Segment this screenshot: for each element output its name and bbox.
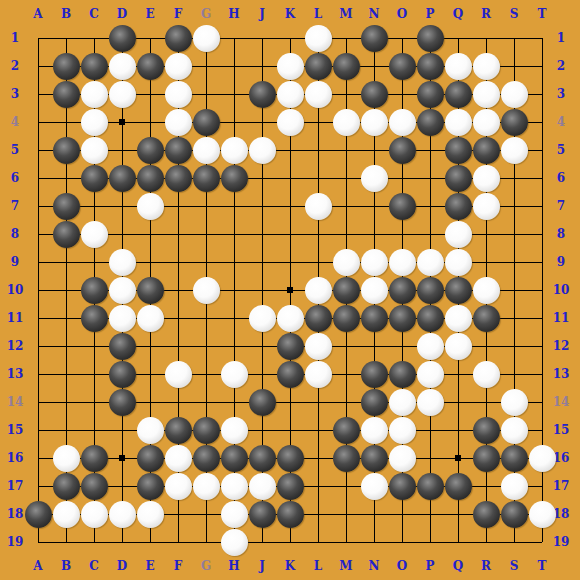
intersection-S18[interactable]: ● bbox=[500, 500, 528, 528]
intersection-Q18[interactable] bbox=[444, 500, 472, 528]
intersection-Q16[interactable] bbox=[444, 444, 472, 472]
intersection-T13[interactable] bbox=[528, 360, 556, 388]
intersection-P3[interactable]: ● bbox=[416, 80, 444, 108]
intersection-L17[interactable] bbox=[304, 472, 332, 500]
intersection-S4[interactable]: ● bbox=[500, 108, 528, 136]
intersection-Q4[interactable]: ○ bbox=[444, 108, 472, 136]
intersection-H17[interactable]: ○ bbox=[220, 472, 248, 500]
intersection-F9[interactable] bbox=[164, 248, 192, 276]
intersection-M12[interactable] bbox=[332, 332, 360, 360]
intersection-N5[interactable] bbox=[360, 136, 388, 164]
intersection-O5[interactable]: ● bbox=[388, 136, 416, 164]
intersection-A4[interactable] bbox=[24, 108, 52, 136]
intersection-A12[interactable] bbox=[24, 332, 52, 360]
intersection-H9[interactable] bbox=[220, 248, 248, 276]
intersection-P8[interactable] bbox=[416, 220, 444, 248]
intersection-S13[interactable] bbox=[500, 360, 528, 388]
intersection-J4[interactable] bbox=[248, 108, 276, 136]
intersection-O17[interactable]: ● bbox=[388, 472, 416, 500]
intersection-H14[interactable] bbox=[220, 388, 248, 416]
intersection-S5[interactable]: ○ bbox=[500, 136, 528, 164]
intersection-D6[interactable]: ● bbox=[108, 164, 136, 192]
intersection-H11[interactable] bbox=[220, 304, 248, 332]
intersection-C14[interactable] bbox=[80, 388, 108, 416]
intersection-M15[interactable]: ● bbox=[332, 416, 360, 444]
intersection-B14[interactable] bbox=[52, 388, 80, 416]
intersection-E7[interactable]: ○ bbox=[136, 192, 164, 220]
intersection-G16[interactable]: ● bbox=[192, 444, 220, 472]
intersection-L1[interactable]: ○ bbox=[304, 24, 332, 52]
intersection-F6[interactable]: ● bbox=[164, 164, 192, 192]
intersection-E9[interactable] bbox=[136, 248, 164, 276]
intersection-Q3[interactable]: ● bbox=[444, 80, 472, 108]
intersection-F3[interactable]: ○ bbox=[164, 80, 192, 108]
intersection-L10[interactable]: ○ bbox=[304, 276, 332, 304]
intersection-H6[interactable]: ● bbox=[220, 164, 248, 192]
intersection-F2[interactable]: ○ bbox=[164, 52, 192, 80]
intersection-B18[interactable]: ○ bbox=[52, 500, 80, 528]
intersection-H8[interactable] bbox=[220, 220, 248, 248]
intersection-H2[interactable] bbox=[220, 52, 248, 80]
intersection-O7[interactable]: ● bbox=[388, 192, 416, 220]
intersection-A10[interactable] bbox=[24, 276, 52, 304]
intersection-L7[interactable]: ○ bbox=[304, 192, 332, 220]
intersection-T8[interactable] bbox=[528, 220, 556, 248]
intersection-H3[interactable] bbox=[220, 80, 248, 108]
intersection-E8[interactable] bbox=[136, 220, 164, 248]
intersection-S15[interactable]: ○ bbox=[500, 416, 528, 444]
intersection-B13[interactable] bbox=[52, 360, 80, 388]
intersection-K10[interactable] bbox=[276, 276, 304, 304]
intersection-A17[interactable] bbox=[24, 472, 52, 500]
intersection-J8[interactable] bbox=[248, 220, 276, 248]
intersection-L19[interactable] bbox=[304, 528, 332, 556]
intersection-P1[interactable]: ● bbox=[416, 24, 444, 52]
intersection-T4[interactable] bbox=[528, 108, 556, 136]
intersection-F5[interactable]: ● bbox=[164, 136, 192, 164]
intersection-T16[interactable]: ○ bbox=[528, 444, 556, 472]
intersection-T19[interactable] bbox=[528, 528, 556, 556]
intersection-F19[interactable] bbox=[164, 528, 192, 556]
intersection-A11[interactable] bbox=[24, 304, 52, 332]
intersection-G6[interactable]: ● bbox=[192, 164, 220, 192]
intersection-A18[interactable]: ● bbox=[24, 500, 52, 528]
intersection-T5[interactable] bbox=[528, 136, 556, 164]
intersection-C4[interactable]: ○ bbox=[80, 108, 108, 136]
intersection-C17[interactable]: ● bbox=[80, 472, 108, 500]
intersection-J2[interactable] bbox=[248, 52, 276, 80]
intersection-N4[interactable]: ○ bbox=[360, 108, 388, 136]
intersection-J6[interactable] bbox=[248, 164, 276, 192]
intersection-O4[interactable]: ○ bbox=[388, 108, 416, 136]
intersection-S16[interactable]: ● bbox=[500, 444, 528, 472]
intersection-E18[interactable]: ○ bbox=[136, 500, 164, 528]
intersection-K11[interactable]: ○ bbox=[276, 304, 304, 332]
intersection-N13[interactable]: ● bbox=[360, 360, 388, 388]
intersection-G1[interactable]: ○ bbox=[192, 24, 220, 52]
intersection-C10[interactable]: ● bbox=[80, 276, 108, 304]
intersection-C6[interactable]: ● bbox=[80, 164, 108, 192]
intersection-R1[interactable] bbox=[472, 24, 500, 52]
intersection-N15[interactable]: ○ bbox=[360, 416, 388, 444]
intersection-D8[interactable] bbox=[108, 220, 136, 248]
intersection-G13[interactable] bbox=[192, 360, 220, 388]
intersection-H5[interactable]: ○ bbox=[220, 136, 248, 164]
intersection-R9[interactable] bbox=[472, 248, 500, 276]
intersection-E10[interactable]: ● bbox=[136, 276, 164, 304]
intersection-H16[interactable]: ● bbox=[220, 444, 248, 472]
intersection-R15[interactable]: ● bbox=[472, 416, 500, 444]
intersection-D17[interactable] bbox=[108, 472, 136, 500]
intersection-B6[interactable] bbox=[52, 164, 80, 192]
intersection-F7[interactable] bbox=[164, 192, 192, 220]
intersection-F15[interactable]: ● bbox=[164, 416, 192, 444]
intersection-S6[interactable] bbox=[500, 164, 528, 192]
intersection-R18[interactable]: ● bbox=[472, 500, 500, 528]
intersection-G14[interactable] bbox=[192, 388, 220, 416]
intersection-T7[interactable] bbox=[528, 192, 556, 220]
intersection-C18[interactable]: ○ bbox=[80, 500, 108, 528]
intersection-C16[interactable]: ● bbox=[80, 444, 108, 472]
intersection-R5[interactable]: ● bbox=[472, 136, 500, 164]
intersection-Q8[interactable]: ○ bbox=[444, 220, 472, 248]
intersection-A16[interactable] bbox=[24, 444, 52, 472]
intersection-H1[interactable] bbox=[220, 24, 248, 52]
intersection-H15[interactable]: ○ bbox=[220, 416, 248, 444]
intersection-L18[interactable] bbox=[304, 500, 332, 528]
intersection-M2[interactable]: ● bbox=[332, 52, 360, 80]
intersection-T6[interactable] bbox=[528, 164, 556, 192]
intersection-P12[interactable]: ○ bbox=[416, 332, 444, 360]
intersection-E11[interactable]: ○ bbox=[136, 304, 164, 332]
intersection-E19[interactable] bbox=[136, 528, 164, 556]
intersection-K17[interactable]: ● bbox=[276, 472, 304, 500]
intersection-K16[interactable]: ● bbox=[276, 444, 304, 472]
intersection-M17[interactable] bbox=[332, 472, 360, 500]
intersection-P7[interactable] bbox=[416, 192, 444, 220]
intersection-R8[interactable] bbox=[472, 220, 500, 248]
intersection-T12[interactable] bbox=[528, 332, 556, 360]
intersection-D14[interactable]: ● bbox=[108, 388, 136, 416]
intersection-Q11[interactable]: ○ bbox=[444, 304, 472, 332]
intersection-G10[interactable]: ○ bbox=[192, 276, 220, 304]
intersection-A1[interactable] bbox=[24, 24, 52, 52]
intersection-E14[interactable] bbox=[136, 388, 164, 416]
intersection-P4[interactable]: ● bbox=[416, 108, 444, 136]
intersection-M9[interactable]: ○ bbox=[332, 248, 360, 276]
intersection-K1[interactable] bbox=[276, 24, 304, 52]
intersection-G19[interactable] bbox=[192, 528, 220, 556]
intersection-G8[interactable] bbox=[192, 220, 220, 248]
intersection-O9[interactable]: ○ bbox=[388, 248, 416, 276]
intersection-E15[interactable]: ○ bbox=[136, 416, 164, 444]
intersection-S11[interactable] bbox=[500, 304, 528, 332]
intersection-C8[interactable]: ○ bbox=[80, 220, 108, 248]
intersection-E13[interactable] bbox=[136, 360, 164, 388]
intersection-L16[interactable] bbox=[304, 444, 332, 472]
intersection-N3[interactable]: ● bbox=[360, 80, 388, 108]
intersection-K14[interactable] bbox=[276, 388, 304, 416]
intersection-O16[interactable]: ○ bbox=[388, 444, 416, 472]
intersection-C19[interactable] bbox=[80, 528, 108, 556]
intersection-F10[interactable] bbox=[164, 276, 192, 304]
intersection-D10[interactable]: ○ bbox=[108, 276, 136, 304]
intersection-N1[interactable]: ● bbox=[360, 24, 388, 52]
intersection-K2[interactable]: ○ bbox=[276, 52, 304, 80]
intersection-C11[interactable]: ● bbox=[80, 304, 108, 332]
intersection-K15[interactable] bbox=[276, 416, 304, 444]
intersection-Q17[interactable]: ● bbox=[444, 472, 472, 500]
intersection-S2[interactable] bbox=[500, 52, 528, 80]
intersection-N2[interactable] bbox=[360, 52, 388, 80]
intersection-D15[interactable] bbox=[108, 416, 136, 444]
intersection-N17[interactable]: ○ bbox=[360, 472, 388, 500]
intersection-E16[interactable]: ● bbox=[136, 444, 164, 472]
intersection-J12[interactable] bbox=[248, 332, 276, 360]
intersection-O6[interactable] bbox=[388, 164, 416, 192]
intersection-O12[interactable] bbox=[388, 332, 416, 360]
intersection-K3[interactable]: ○ bbox=[276, 80, 304, 108]
intersection-T2[interactable] bbox=[528, 52, 556, 80]
intersection-A3[interactable] bbox=[24, 80, 52, 108]
intersection-G17[interactable]: ○ bbox=[192, 472, 220, 500]
intersection-J19[interactable] bbox=[248, 528, 276, 556]
intersection-H18[interactable]: ○ bbox=[220, 500, 248, 528]
intersection-P17[interactable]: ● bbox=[416, 472, 444, 500]
intersection-K5[interactable] bbox=[276, 136, 304, 164]
intersection-P18[interactable] bbox=[416, 500, 444, 528]
intersection-M1[interactable] bbox=[332, 24, 360, 52]
intersection-T15[interactable] bbox=[528, 416, 556, 444]
intersection-L6[interactable] bbox=[304, 164, 332, 192]
intersection-F18[interactable] bbox=[164, 500, 192, 528]
intersection-E3[interactable] bbox=[136, 80, 164, 108]
intersection-G4[interactable]: ● bbox=[192, 108, 220, 136]
intersection-J1[interactable] bbox=[248, 24, 276, 52]
intersection-K19[interactable] bbox=[276, 528, 304, 556]
intersection-R10[interactable]: ○ bbox=[472, 276, 500, 304]
intersection-B1[interactable] bbox=[52, 24, 80, 52]
intersection-D12[interactable]: ● bbox=[108, 332, 136, 360]
intersection-K7[interactable] bbox=[276, 192, 304, 220]
intersection-O11[interactable]: ● bbox=[388, 304, 416, 332]
intersection-A5[interactable] bbox=[24, 136, 52, 164]
intersection-L12[interactable]: ○ bbox=[304, 332, 332, 360]
intersection-T11[interactable] bbox=[528, 304, 556, 332]
intersection-N7[interactable] bbox=[360, 192, 388, 220]
intersection-B2[interactable]: ● bbox=[52, 52, 80, 80]
intersection-T1[interactable] bbox=[528, 24, 556, 52]
intersection-Q9[interactable]: ○ bbox=[444, 248, 472, 276]
intersection-N11[interactable]: ● bbox=[360, 304, 388, 332]
intersection-A14[interactable] bbox=[24, 388, 52, 416]
intersection-L5[interactable] bbox=[304, 136, 332, 164]
intersection-H7[interactable] bbox=[220, 192, 248, 220]
intersection-F8[interactable] bbox=[164, 220, 192, 248]
intersection-R7[interactable]: ○ bbox=[472, 192, 500, 220]
intersection-O19[interactable] bbox=[388, 528, 416, 556]
intersection-L15[interactable] bbox=[304, 416, 332, 444]
intersection-B3[interactable]: ● bbox=[52, 80, 80, 108]
intersection-R3[interactable]: ○ bbox=[472, 80, 500, 108]
intersection-B19[interactable] bbox=[52, 528, 80, 556]
intersection-L3[interactable]: ○ bbox=[304, 80, 332, 108]
intersection-L9[interactable] bbox=[304, 248, 332, 276]
intersection-B4[interactable] bbox=[52, 108, 80, 136]
intersection-L8[interactable] bbox=[304, 220, 332, 248]
intersection-K13[interactable]: ● bbox=[276, 360, 304, 388]
intersection-J13[interactable] bbox=[248, 360, 276, 388]
intersection-R6[interactable]: ○ bbox=[472, 164, 500, 192]
intersection-D13[interactable]: ● bbox=[108, 360, 136, 388]
intersection-A6[interactable] bbox=[24, 164, 52, 192]
intersection-D19[interactable] bbox=[108, 528, 136, 556]
intersection-F1[interactable]: ● bbox=[164, 24, 192, 52]
intersection-P14[interactable]: ○ bbox=[416, 388, 444, 416]
intersection-R12[interactable] bbox=[472, 332, 500, 360]
intersection-D4[interactable] bbox=[108, 108, 136, 136]
intersection-J16[interactable]: ● bbox=[248, 444, 276, 472]
intersection-Q2[interactable]: ○ bbox=[444, 52, 472, 80]
intersection-T18[interactable]: ○ bbox=[528, 500, 556, 528]
intersection-O15[interactable]: ○ bbox=[388, 416, 416, 444]
intersection-O1[interactable] bbox=[388, 24, 416, 52]
intersection-Q5[interactable]: ● bbox=[444, 136, 472, 164]
intersection-B15[interactable] bbox=[52, 416, 80, 444]
intersection-E4[interactable] bbox=[136, 108, 164, 136]
intersection-D9[interactable]: ○ bbox=[108, 248, 136, 276]
intersection-J3[interactable]: ● bbox=[248, 80, 276, 108]
intersection-N9[interactable]: ○ bbox=[360, 248, 388, 276]
intersection-H4[interactable] bbox=[220, 108, 248, 136]
intersection-A8[interactable] bbox=[24, 220, 52, 248]
intersection-L14[interactable] bbox=[304, 388, 332, 416]
intersection-O3[interactable] bbox=[388, 80, 416, 108]
intersection-M5[interactable] bbox=[332, 136, 360, 164]
intersection-D3[interactable]: ○ bbox=[108, 80, 136, 108]
intersection-P11[interactable]: ● bbox=[416, 304, 444, 332]
intersection-J17[interactable]: ○ bbox=[248, 472, 276, 500]
intersection-Q14[interactable] bbox=[444, 388, 472, 416]
intersection-E12[interactable] bbox=[136, 332, 164, 360]
intersection-Q12[interactable]: ○ bbox=[444, 332, 472, 360]
intersection-C3[interactable]: ○ bbox=[80, 80, 108, 108]
intersection-S8[interactable] bbox=[500, 220, 528, 248]
intersection-F17[interactable]: ○ bbox=[164, 472, 192, 500]
intersection-P16[interactable] bbox=[416, 444, 444, 472]
intersection-H12[interactable] bbox=[220, 332, 248, 360]
intersection-G12[interactable] bbox=[192, 332, 220, 360]
intersection-Q15[interactable] bbox=[444, 416, 472, 444]
intersection-A2[interactable] bbox=[24, 52, 52, 80]
intersection-J7[interactable] bbox=[248, 192, 276, 220]
intersection-N18[interactable] bbox=[360, 500, 388, 528]
intersection-G15[interactable]: ● bbox=[192, 416, 220, 444]
intersection-R19[interactable] bbox=[472, 528, 500, 556]
intersection-S12[interactable] bbox=[500, 332, 528, 360]
intersection-J11[interactable]: ○ bbox=[248, 304, 276, 332]
intersection-F14[interactable] bbox=[164, 388, 192, 416]
intersection-E5[interactable]: ● bbox=[136, 136, 164, 164]
intersection-M6[interactable] bbox=[332, 164, 360, 192]
intersection-T3[interactable] bbox=[528, 80, 556, 108]
intersection-N8[interactable] bbox=[360, 220, 388, 248]
intersection-F11[interactable] bbox=[164, 304, 192, 332]
intersection-D16[interactable] bbox=[108, 444, 136, 472]
intersection-E2[interactable]: ● bbox=[136, 52, 164, 80]
intersection-M13[interactable] bbox=[332, 360, 360, 388]
intersection-O2[interactable]: ● bbox=[388, 52, 416, 80]
intersection-L2[interactable]: ● bbox=[304, 52, 332, 80]
intersection-E1[interactable] bbox=[136, 24, 164, 52]
intersection-B9[interactable] bbox=[52, 248, 80, 276]
intersection-B16[interactable]: ○ bbox=[52, 444, 80, 472]
intersection-T14[interactable] bbox=[528, 388, 556, 416]
intersection-M16[interactable]: ● bbox=[332, 444, 360, 472]
intersection-P13[interactable]: ○ bbox=[416, 360, 444, 388]
intersection-F4[interactable]: ○ bbox=[164, 108, 192, 136]
intersection-G3[interactable] bbox=[192, 80, 220, 108]
intersection-N6[interactable]: ○ bbox=[360, 164, 388, 192]
intersection-Q10[interactable]: ● bbox=[444, 276, 472, 304]
intersection-B17[interactable]: ● bbox=[52, 472, 80, 500]
intersection-D2[interactable]: ○ bbox=[108, 52, 136, 80]
intersection-M3[interactable] bbox=[332, 80, 360, 108]
intersection-Q19[interactable] bbox=[444, 528, 472, 556]
intersection-J10[interactable] bbox=[248, 276, 276, 304]
intersection-P9[interactable]: ○ bbox=[416, 248, 444, 276]
intersection-L11[interactable]: ● bbox=[304, 304, 332, 332]
intersection-C12[interactable] bbox=[80, 332, 108, 360]
intersection-J15[interactable] bbox=[248, 416, 276, 444]
intersection-G7[interactable] bbox=[192, 192, 220, 220]
intersection-O13[interactable]: ● bbox=[388, 360, 416, 388]
intersection-D18[interactable]: ○ bbox=[108, 500, 136, 528]
intersection-M8[interactable] bbox=[332, 220, 360, 248]
intersection-P19[interactable] bbox=[416, 528, 444, 556]
intersection-K6[interactable] bbox=[276, 164, 304, 192]
intersection-M18[interactable] bbox=[332, 500, 360, 528]
intersection-R2[interactable]: ○ bbox=[472, 52, 500, 80]
intersection-A13[interactable] bbox=[24, 360, 52, 388]
intersection-C7[interactable] bbox=[80, 192, 108, 220]
intersection-O14[interactable]: ○ bbox=[388, 388, 416, 416]
intersection-G9[interactable] bbox=[192, 248, 220, 276]
intersection-Q7[interactable]: ● bbox=[444, 192, 472, 220]
intersection-C1[interactable] bbox=[80, 24, 108, 52]
intersection-C9[interactable] bbox=[80, 248, 108, 276]
intersection-B5[interactable]: ● bbox=[52, 136, 80, 164]
intersection-L13[interactable]: ○ bbox=[304, 360, 332, 388]
intersection-J5[interactable]: ○ bbox=[248, 136, 276, 164]
intersection-K8[interactable] bbox=[276, 220, 304, 248]
intersection-R4[interactable]: ○ bbox=[472, 108, 500, 136]
intersection-H10[interactable] bbox=[220, 276, 248, 304]
intersection-N12[interactable] bbox=[360, 332, 388, 360]
intersection-S10[interactable] bbox=[500, 276, 528, 304]
intersection-G18[interactable] bbox=[192, 500, 220, 528]
intersection-A7[interactable] bbox=[24, 192, 52, 220]
intersection-G11[interactable] bbox=[192, 304, 220, 332]
intersection-T10[interactable] bbox=[528, 276, 556, 304]
intersection-M19[interactable] bbox=[332, 528, 360, 556]
intersection-R13[interactable]: ○ bbox=[472, 360, 500, 388]
intersection-S17[interactable]: ○ bbox=[500, 472, 528, 500]
intersection-G2[interactable] bbox=[192, 52, 220, 80]
intersection-F13[interactable]: ○ bbox=[164, 360, 192, 388]
intersection-J18[interactable]: ● bbox=[248, 500, 276, 528]
intersection-R11[interactable]: ● bbox=[472, 304, 500, 332]
